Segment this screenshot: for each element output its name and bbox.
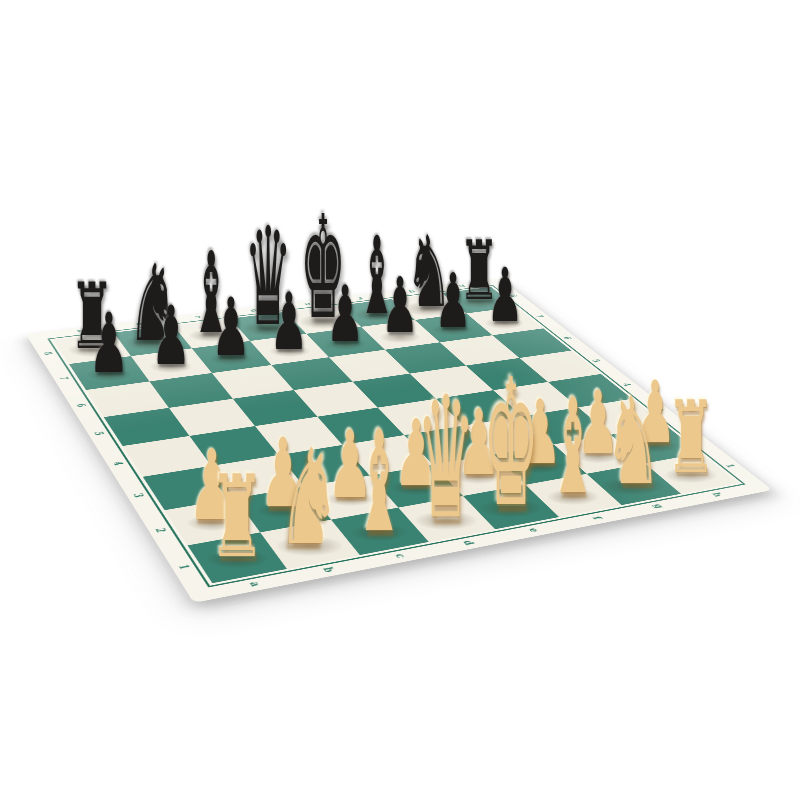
rook-glyph: ♜	[666, 388, 716, 488]
king-glyph: ♚	[482, 357, 539, 532]
pawn-glyph: ♟	[270, 282, 309, 361]
knight-glyph: ♞	[278, 431, 341, 563]
bishop-glyph: ♝	[353, 412, 405, 551]
pawn-glyph: ♟	[486, 258, 523, 332]
chess-set-product-photo: 87654321 87654321 abcdefgh abcdefgh ♜♞♝♛…	[0, 0, 800, 800]
pawn-glyph: ♟	[151, 295, 191, 377]
pawn-glyph: ♟	[326, 275, 364, 353]
rook-glyph: ♜	[209, 460, 265, 574]
pawn-glyph: ♟	[435, 263, 472, 338]
pawn-glyph: ♟	[381, 269, 419, 346]
knight-glyph: ♞	[604, 381, 662, 502]
pawn-glyph: ♟	[89, 302, 130, 385]
pawn-glyph: ♟	[211, 288, 250, 368]
bishop-glyph: ♝	[549, 383, 598, 515]
queen-glyph: ♛	[417, 376, 476, 544]
